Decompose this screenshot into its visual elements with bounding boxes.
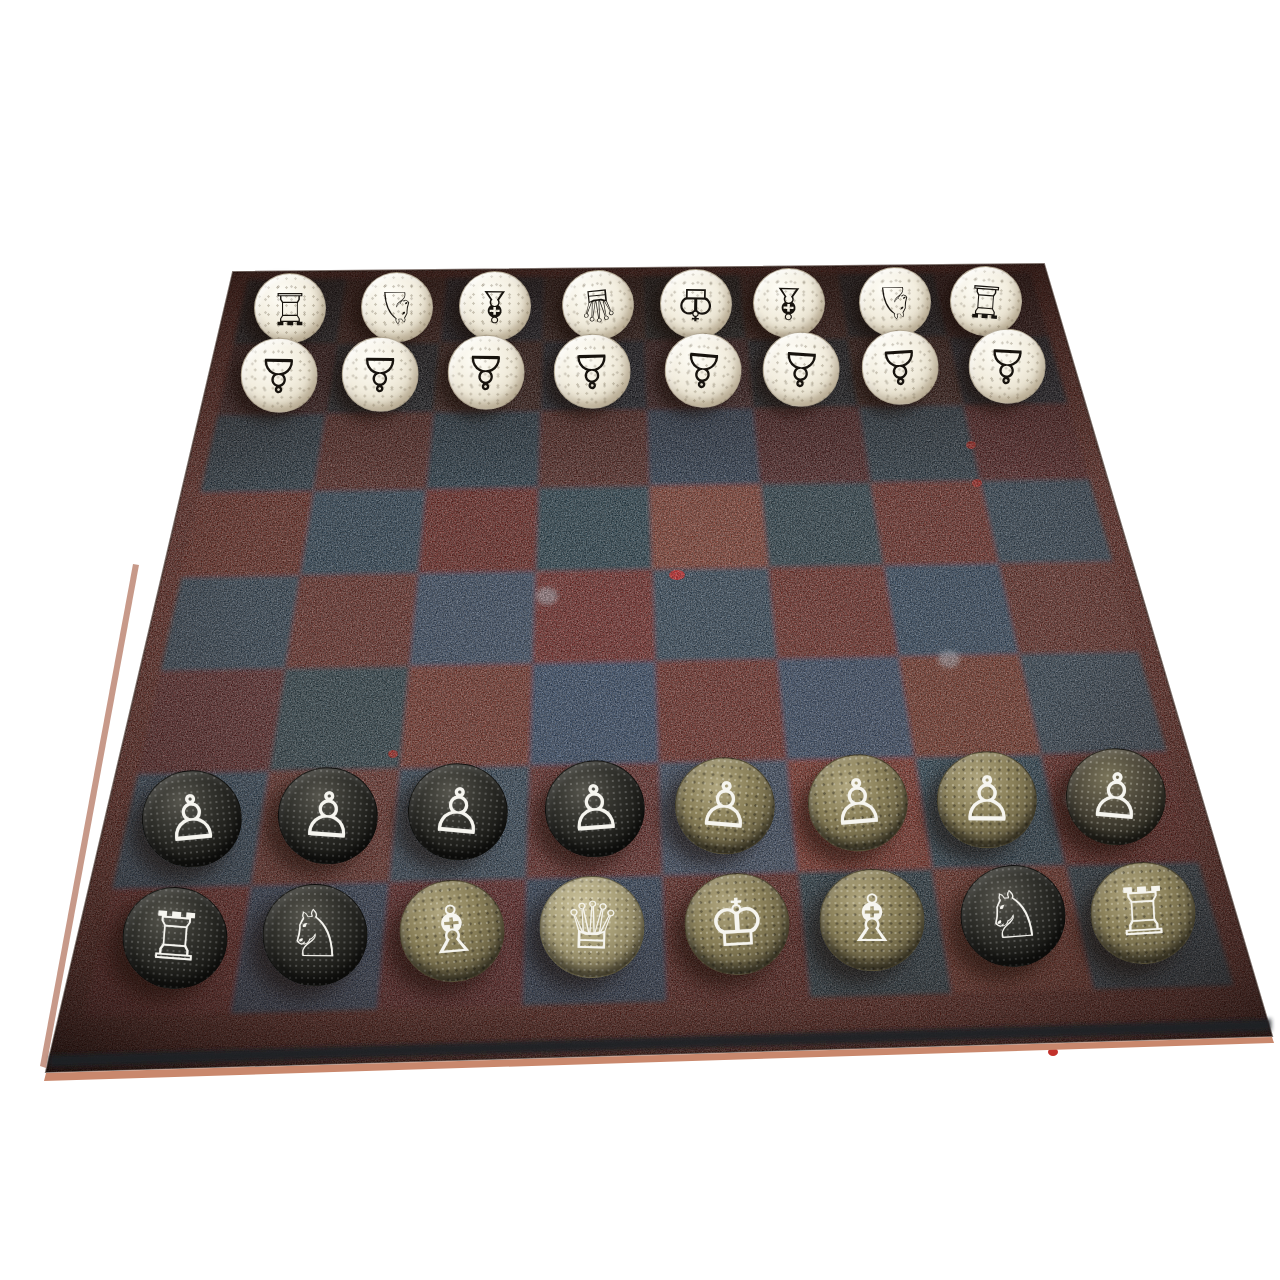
pawn-glyph: ♙ [778,344,823,394]
piece-white-pawn-g7[interactable]: ♙ [859,328,940,407]
piece-white-queen-d8[interactable]: ♕ [559,267,638,344]
king-glyph: ♔ [675,281,715,326]
pawn-glyph: ♙ [570,347,613,395]
piece-white-bishop-f8[interactable]: ♗ [752,267,826,339]
piece-dark-pawn-d2[interactable]: ♙ [542,757,649,861]
pawn-glyph: ♙ [358,350,401,398]
piece-dark-pawn-e2[interactable]: ♙ [671,753,779,859]
piece-white-knight-b8[interactable]: ♘ [361,272,433,342]
piece-dark-pawn-g2[interactable]: ♙ [937,751,1038,849]
piece-dark-rook-h1[interactable]: ♖ [1087,859,1198,967]
piece-white-pawn-e7[interactable]: ♙ [661,329,744,410]
piece-dark-pawn-b2[interactable]: ♙ [274,763,381,867]
pawn-glyph: ♙ [877,342,922,392]
piece-white-rook-a8[interactable]: ♖ [254,273,326,343]
piece-white-bishop-c8[interactable]: ♗ [459,271,531,341]
bishop-glyph: ♗ [420,896,484,966]
bishop-glyph: ♗ [843,887,901,952]
piece-white-pawn-h7[interactable]: ♙ [967,327,1047,405]
piece-white-pawn-d7[interactable]: ♙ [552,333,631,409]
piece-white-pawn-c7[interactable]: ♙ [447,335,525,411]
piece-dark-rook-a1[interactable]: ♖ [118,883,231,993]
king-glyph: ♔ [706,889,768,957]
queen-glyph: ♕ [562,894,622,960]
pawn-glyph: ♙ [828,770,888,836]
pawn-glyph: ♙ [680,344,726,395]
rook-glyph: ♖ [270,286,310,330]
pawn-glyph: ♙ [161,785,222,852]
piece-white-knight-g8[interactable]: ♘ [859,266,932,337]
piece-dark-pawn-f2[interactable]: ♙ [804,750,912,855]
pawn-glyph: ♙ [565,776,625,842]
rook-glyph: ♖ [143,904,206,973]
knight-glyph: ♘ [377,285,417,329]
piece-dark-bishop-c1[interactable]: ♗ [395,875,509,986]
photo-scene: ♖♘♗♕♔♗♘♖♙♙♙♙♙♙♙♙♙♙♙♙♙♙♙♙♖♘♗♕♔♗♘♖ [0,0,1280,1280]
rook-glyph: ♖ [1112,878,1174,946]
pawn-glyph: ♙ [694,773,755,840]
pawn-glyph: ♙ [258,351,301,399]
knight-glyph: ♘ [875,279,915,324]
piece-white-pawn-b7[interactable]: ♙ [341,336,419,412]
piece-dark-pawn-a2[interactable]: ♙ [137,766,246,872]
pawn-glyph: ♙ [1086,764,1147,830]
piece-dark-knight-g1[interactable]: ♘ [957,861,1070,971]
pawn-glyph: ♙ [427,779,488,846]
piece-dark-pawn-c2[interactable]: ♙ [403,759,512,865]
pawn-glyph: ♙ [985,341,1030,390]
piece-dark-queen-d1[interactable]: ♕ [539,875,646,979]
knight-glyph: ♘ [286,902,345,968]
bishop-glyph: ♗ [475,284,515,328]
pawn-glyph: ♙ [298,783,358,849]
pawn-glyph: ♙ [464,349,507,397]
piece-white-pawn-f7[interactable]: ♙ [760,329,841,408]
piece-white-king-e8[interactable]: ♔ [659,268,732,339]
rook-glyph: ♖ [964,277,1007,324]
pawn-glyph: ♙ [959,769,1015,831]
bishop-glyph: ♗ [769,280,810,325]
queen-glyph: ♕ [576,281,620,329]
pieces-layer: ♖♘♗♕♔♗♘♖♙♙♙♙♙♙♙♙♙♙♙♙♙♙♙♙♖♘♗♕♔♗♘♖ [0,0,1280,1280]
knight-glyph: ♘ [981,882,1044,951]
piece-white-pawn-a7[interactable]: ♙ [240,337,318,413]
piece-dark-king-e1[interactable]: ♔ [682,870,793,978]
piece-white-rook-h8[interactable]: ♖ [947,263,1024,338]
piece-dark-bishop-f1[interactable]: ♗ [820,869,925,971]
piece-dark-pawn-h2[interactable]: ♙ [1062,744,1170,850]
piece-dark-knight-b1[interactable]: ♘ [262,883,368,986]
